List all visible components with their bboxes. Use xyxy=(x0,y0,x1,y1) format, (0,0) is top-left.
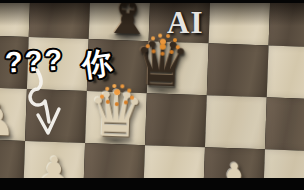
letterbox-bottom xyxy=(0,178,304,190)
square-f4[interactable] xyxy=(145,93,207,147)
piece-white-queen[interactable]: ♛ xyxy=(86,81,146,147)
queen-crown-beads xyxy=(160,39,166,45)
square-g4[interactable] xyxy=(205,95,267,149)
you-label: 你 xyxy=(80,47,114,81)
square-h5[interactable] xyxy=(267,45,304,99)
letterbox-top xyxy=(0,0,304,3)
queen-crown-beads xyxy=(114,89,120,95)
ai-label: AI xyxy=(167,7,203,38)
hand-drawn-arrow-icon xyxy=(16,56,68,140)
square-e4[interactable]: ♛ xyxy=(85,91,147,145)
square-d6[interactable] xyxy=(29,0,91,39)
square-h4[interactable] xyxy=(265,97,304,151)
square-c6[interactable] xyxy=(0,0,31,37)
square-f5[interactable]: ♛ xyxy=(147,41,209,95)
chess-app-screenshot: ♝♛♟♛♟♟ AI ??? 你 xyxy=(0,0,304,190)
square-g5[interactable] xyxy=(207,43,269,97)
square-g6[interactable] xyxy=(209,0,271,45)
square-h6[interactable] xyxy=(269,0,304,47)
piece-white-pawn[interactable]: ♟ xyxy=(0,96,17,142)
